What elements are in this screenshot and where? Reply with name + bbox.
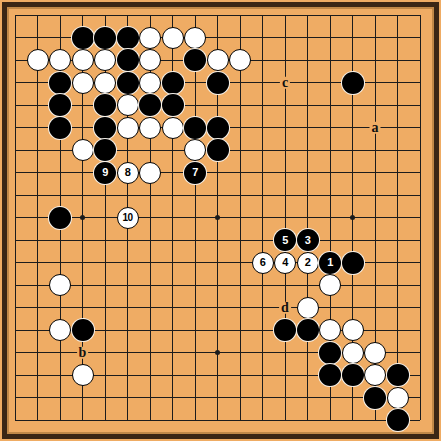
intersection-di[interactable] [71, 184, 94, 207]
intersection-aj[interactable] [4, 206, 27, 229]
intersection-lc[interactable] [251, 49, 274, 72]
intersection-np[interactable] [296, 341, 319, 364]
intersection-je[interactable] [206, 94, 229, 117]
intersection-kh[interactable] [229, 161, 252, 184]
intersection-kr[interactable] [229, 386, 252, 409]
intersection-pd[interactable] [341, 71, 364, 94]
intersection-mh[interactable] [274, 161, 297, 184]
intersection-lg[interactable] [251, 139, 274, 162]
intersection-qo[interactable] [364, 319, 387, 342]
intersection-ps[interactable] [341, 409, 364, 432]
intersection-oc[interactable] [319, 49, 342, 72]
intersection-do[interactable] [71, 319, 94, 342]
intersection-de[interactable] [71, 94, 94, 117]
intersection-if[interactable] [184, 116, 207, 139]
intersection-ea[interactable] [94, 4, 117, 27]
intersection-na[interactable] [296, 4, 319, 27]
intersection-eb[interactable] [94, 26, 117, 49]
intersection-mq[interactable] [274, 364, 297, 387]
intersection-fs[interactable] [116, 409, 139, 432]
intersection-sb[interactable] [409, 26, 432, 49]
intersection-pe[interactable] [341, 94, 364, 117]
intersection-oq[interactable] [319, 364, 342, 387]
intersection-ig[interactable] [184, 139, 207, 162]
intersection-qh[interactable] [364, 161, 387, 184]
intersection-dp[interactable]: b [71, 341, 94, 364]
intersection-ih[interactable]: 7 [184, 161, 207, 184]
intersection-fc[interactable] [116, 49, 139, 72]
intersection-ss[interactable] [409, 409, 432, 432]
intersection-cf[interactable] [49, 116, 72, 139]
intersection-bm[interactable] [26, 274, 49, 297]
intersection-sm[interactable] [409, 274, 432, 297]
intersection-qq[interactable] [364, 364, 387, 387]
intersection-pn[interactable] [341, 296, 364, 319]
intersection-qc[interactable] [364, 49, 387, 72]
intersection-ej[interactable] [94, 206, 117, 229]
intersection-il[interactable] [184, 251, 207, 274]
intersection-in[interactable] [184, 296, 207, 319]
intersection-li[interactable] [251, 184, 274, 207]
intersection-cg[interactable] [49, 139, 72, 162]
intersection-kp[interactable] [229, 341, 252, 364]
intersection-me[interactable] [274, 94, 297, 117]
intersection-cp[interactable] [49, 341, 72, 364]
intersection-qj[interactable] [364, 206, 387, 229]
intersection-sp[interactable] [409, 341, 432, 364]
intersection-eh[interactable]: 9 [94, 161, 117, 184]
intersection-bj[interactable] [26, 206, 49, 229]
intersection-ge[interactable] [139, 94, 162, 117]
intersection-gr[interactable] [139, 386, 162, 409]
intersection-lm[interactable] [251, 274, 274, 297]
intersection-lh[interactable] [251, 161, 274, 184]
intersection-fn[interactable] [116, 296, 139, 319]
intersection-cr[interactable] [49, 386, 72, 409]
intersection-nm[interactable] [296, 274, 319, 297]
intersection-ld[interactable] [251, 71, 274, 94]
intersection-cd[interactable] [49, 71, 72, 94]
intersection-mm[interactable] [274, 274, 297, 297]
intersection-po[interactable] [341, 319, 364, 342]
intersection-dh[interactable] [71, 161, 94, 184]
intersection-eg[interactable] [94, 139, 117, 162]
intersection-jg[interactable] [206, 139, 229, 162]
intersection-oh[interactable] [319, 161, 342, 184]
intersection-pi[interactable] [341, 184, 364, 207]
intersection-kd[interactable] [229, 71, 252, 94]
intersection-gn[interactable] [139, 296, 162, 319]
intersection-pk[interactable] [341, 229, 364, 252]
intersection-ef[interactable] [94, 116, 117, 139]
intersection-dd[interactable] [71, 71, 94, 94]
intersection-kc[interactable] [229, 49, 252, 72]
intersection-gq[interactable] [139, 364, 162, 387]
intersection-dr[interactable] [71, 386, 94, 409]
intersection-fo[interactable] [116, 319, 139, 342]
intersection-jh[interactable] [206, 161, 229, 184]
intersection-ee[interactable] [94, 94, 117, 117]
intersection-oe[interactable] [319, 94, 342, 117]
intersection-rr[interactable] [386, 386, 409, 409]
intersection-jr[interactable] [206, 386, 229, 409]
intersection-ek[interactable] [94, 229, 117, 252]
intersection-qf[interactable]: a [364, 116, 387, 139]
intersection-eq[interactable] [94, 364, 117, 387]
intersection-fe[interactable] [116, 94, 139, 117]
intersection-hr[interactable] [161, 386, 184, 409]
intersection-jd[interactable] [206, 71, 229, 94]
intersection-en[interactable] [94, 296, 117, 319]
intersection-ik[interactable] [184, 229, 207, 252]
intersection-le[interactable] [251, 94, 274, 117]
intersection-ng[interactable] [296, 139, 319, 162]
intersection-qr[interactable] [364, 386, 387, 409]
intersection-kl[interactable] [229, 251, 252, 274]
intersection-ic[interactable] [184, 49, 207, 72]
intersection-ke[interactable] [229, 94, 252, 117]
intersection-cm[interactable] [49, 274, 72, 297]
intersection-is[interactable] [184, 409, 207, 432]
intersection-mj[interactable] [274, 206, 297, 229]
intersection-jb[interactable] [206, 26, 229, 49]
intersection-ni[interactable] [296, 184, 319, 207]
intersection-ao[interactable] [4, 319, 27, 342]
intersection-od[interactable] [319, 71, 342, 94]
intersection-gm[interactable] [139, 274, 162, 297]
intersection-gj[interactable] [139, 206, 162, 229]
intersection-ir[interactable] [184, 386, 207, 409]
intersection-bc[interactable] [26, 49, 49, 72]
intersection-qp[interactable] [364, 341, 387, 364]
intersection-oj[interactable] [319, 206, 342, 229]
intersection-pm[interactable] [341, 274, 364, 297]
intersection-lj[interactable] [251, 206, 274, 229]
intersection-on[interactable] [319, 296, 342, 319]
intersection-fd[interactable] [116, 71, 139, 94]
intersection-cl[interactable] [49, 251, 72, 274]
intersection-lr[interactable] [251, 386, 274, 409]
intersection-jj[interactable] [206, 206, 229, 229]
intersection-jk[interactable] [206, 229, 229, 252]
intersection-nl[interactable]: 2 [296, 251, 319, 274]
intersection-ko[interactable] [229, 319, 252, 342]
intersection-bg[interactable] [26, 139, 49, 162]
intersection-fr[interactable] [116, 386, 139, 409]
intersection-nq[interactable] [296, 364, 319, 387]
intersection-pp[interactable] [341, 341, 364, 364]
intersection-gb[interactable] [139, 26, 162, 49]
intersection-ho[interactable] [161, 319, 184, 342]
intersection-pr[interactable] [341, 386, 364, 409]
intersection-qm[interactable] [364, 274, 387, 297]
intersection-hi[interactable] [161, 184, 184, 207]
intersection-dq[interactable] [71, 364, 94, 387]
intersection-ce[interactable] [49, 94, 72, 117]
intersection-fi[interactable] [116, 184, 139, 207]
intersection-mf[interactable] [274, 116, 297, 139]
intersection-ms[interactable] [274, 409, 297, 432]
intersection-ep[interactable] [94, 341, 117, 364]
intersection-pa[interactable] [341, 4, 364, 27]
intersection-ad[interactable] [4, 71, 27, 94]
intersection-ab[interactable] [4, 26, 27, 49]
intersection-pg[interactable] [341, 139, 364, 162]
intersection-df[interactable] [71, 116, 94, 139]
intersection-sj[interactable] [409, 206, 432, 229]
intersection-pb[interactable] [341, 26, 364, 49]
intersection-ql[interactable] [364, 251, 387, 274]
intersection-nn[interactable] [296, 296, 319, 319]
intersection-ae[interactable] [4, 94, 27, 117]
intersection-rs[interactable] [386, 409, 409, 432]
intersection-ra[interactable] [386, 4, 409, 27]
intersection-ne[interactable] [296, 94, 319, 117]
intersection-sn[interactable] [409, 296, 432, 319]
intersection-jm[interactable] [206, 274, 229, 297]
intersection-bi[interactable] [26, 184, 49, 207]
intersection-ob[interactable] [319, 26, 342, 49]
intersection-ok[interactable] [319, 229, 342, 252]
intersection-fh[interactable]: 8 [116, 161, 139, 184]
intersection-fa[interactable] [116, 4, 139, 27]
intersection-rg[interactable] [386, 139, 409, 162]
intersection-rq[interactable] [386, 364, 409, 387]
intersection-mg[interactable] [274, 139, 297, 162]
intersection-ma[interactable] [274, 4, 297, 27]
intersection-qs[interactable] [364, 409, 387, 432]
intersection-bn[interactable] [26, 296, 49, 319]
intersection-om[interactable] [319, 274, 342, 297]
intersection-nk[interactable]: 3 [296, 229, 319, 252]
intersection-mn[interactable]: d [274, 296, 297, 319]
intersection-dn[interactable] [71, 296, 94, 319]
intersection-hj[interactable] [161, 206, 184, 229]
intersection-go[interactable] [139, 319, 162, 342]
intersection-ai[interactable] [4, 184, 27, 207]
intersection-sr[interactable] [409, 386, 432, 409]
intersection-cq[interactable] [49, 364, 72, 387]
intersection-qi[interactable] [364, 184, 387, 207]
intersection-nd[interactable] [296, 71, 319, 94]
intersection-fb[interactable] [116, 26, 139, 49]
intersection-jn[interactable] [206, 296, 229, 319]
intersection-jo[interactable] [206, 319, 229, 342]
intersection-nf[interactable] [296, 116, 319, 139]
intersection-mr[interactable] [274, 386, 297, 409]
intersection-gf[interactable] [139, 116, 162, 139]
intersection-io[interactable] [184, 319, 207, 342]
intersection-kq[interactable] [229, 364, 252, 387]
intersection-rl[interactable] [386, 251, 409, 274]
intersection-kj[interactable] [229, 206, 252, 229]
intersection-dj[interactable] [71, 206, 94, 229]
intersection-dg[interactable] [71, 139, 94, 162]
intersection-gp[interactable] [139, 341, 162, 364]
intersection-fp[interactable] [116, 341, 139, 364]
intersection-bk[interactable] [26, 229, 49, 252]
intersection-hd[interactable] [161, 71, 184, 94]
intersection-ie[interactable] [184, 94, 207, 117]
intersection-ln[interactable] [251, 296, 274, 319]
intersection-ag[interactable] [4, 139, 27, 162]
intersection-sc[interactable] [409, 49, 432, 72]
intersection-sl[interactable] [409, 251, 432, 274]
intersection-gi[interactable] [139, 184, 162, 207]
intersection-oa[interactable] [319, 4, 342, 27]
intersection-dm[interactable] [71, 274, 94, 297]
intersection-nc[interactable] [296, 49, 319, 72]
intersection-sq[interactable] [409, 364, 432, 387]
intersection-jf[interactable] [206, 116, 229, 139]
intersection-jc[interactable] [206, 49, 229, 72]
intersection-jq[interactable] [206, 364, 229, 387]
intersection-kk[interactable] [229, 229, 252, 252]
intersection-nr[interactable] [296, 386, 319, 409]
intersection-sg[interactable] [409, 139, 432, 162]
intersection-bl[interactable] [26, 251, 49, 274]
intersection-im[interactable] [184, 274, 207, 297]
intersection-es[interactable] [94, 409, 117, 432]
intersection-ji[interactable] [206, 184, 229, 207]
intersection-rb[interactable] [386, 26, 409, 49]
intersection-kb[interactable] [229, 26, 252, 49]
intersection-qe[interactable] [364, 94, 387, 117]
intersection-ha[interactable] [161, 4, 184, 27]
intersection-ec[interactable] [94, 49, 117, 72]
intersection-gl[interactable] [139, 251, 162, 274]
intersection-lo[interactable] [251, 319, 274, 342]
intersection-ga[interactable] [139, 4, 162, 27]
intersection-si[interactable] [409, 184, 432, 207]
intersection-rf[interactable] [386, 116, 409, 139]
intersection-op[interactable] [319, 341, 342, 364]
intersection-ff[interactable] [116, 116, 139, 139]
intersection-ii[interactable] [184, 184, 207, 207]
intersection-br[interactable] [26, 386, 49, 409]
intersection-ds[interactable] [71, 409, 94, 432]
intersection-fg[interactable] [116, 139, 139, 162]
intersection-ed[interactable] [94, 71, 117, 94]
intersection-mo[interactable] [274, 319, 297, 342]
intersection-hf[interactable] [161, 116, 184, 139]
intersection-hp[interactable] [161, 341, 184, 364]
intersection-bh[interactable] [26, 161, 49, 184]
intersection-mi[interactable] [274, 184, 297, 207]
intersection-fm[interactable] [116, 274, 139, 297]
intersection-sd[interactable] [409, 71, 432, 94]
intersection-aq[interactable] [4, 364, 27, 387]
intersection-dl[interactable] [71, 251, 94, 274]
intersection-rh[interactable] [386, 161, 409, 184]
intersection-dc[interactable] [71, 49, 94, 72]
intersection-qg[interactable] [364, 139, 387, 162]
intersection-ri[interactable] [386, 184, 409, 207]
intersection-mk[interactable]: 5 [274, 229, 297, 252]
intersection-lb[interactable] [251, 26, 274, 49]
intersection-km[interactable] [229, 274, 252, 297]
intersection-hq[interactable] [161, 364, 184, 387]
intersection-ar[interactable] [4, 386, 27, 409]
intersection-rn[interactable] [386, 296, 409, 319]
intersection-qk[interactable] [364, 229, 387, 252]
intersection-la[interactable] [251, 4, 274, 27]
intersection-lk[interactable] [251, 229, 274, 252]
intersection-id[interactable] [184, 71, 207, 94]
intersection-ls[interactable] [251, 409, 274, 432]
intersection-sk[interactable] [409, 229, 432, 252]
intersection-mc[interactable] [274, 49, 297, 72]
intersection-ib[interactable] [184, 26, 207, 49]
intersection-nh[interactable] [296, 161, 319, 184]
intersection-mp[interactable] [274, 341, 297, 364]
intersection-ks[interactable] [229, 409, 252, 432]
intersection-sf[interactable] [409, 116, 432, 139]
intersection-aa[interactable] [4, 4, 27, 27]
intersection-ia[interactable] [184, 4, 207, 27]
intersection-ja[interactable] [206, 4, 229, 27]
intersection-ch[interactable] [49, 161, 72, 184]
intersection-no[interactable] [296, 319, 319, 342]
intersection-ml[interactable]: 4 [274, 251, 297, 274]
intersection-qb[interactable] [364, 26, 387, 49]
intersection-am[interactable] [4, 274, 27, 297]
intersection-of[interactable] [319, 116, 342, 139]
intersection-rm[interactable] [386, 274, 409, 297]
intersection-ro[interactable] [386, 319, 409, 342]
intersection-bs[interactable] [26, 409, 49, 432]
intersection-qd[interactable] [364, 71, 387, 94]
intersection-cc[interactable] [49, 49, 72, 72]
intersection-pj[interactable] [341, 206, 364, 229]
intersection-oi[interactable] [319, 184, 342, 207]
intersection-hb[interactable] [161, 26, 184, 49]
intersection-lq[interactable] [251, 364, 274, 387]
intersection-bf[interactable] [26, 116, 49, 139]
intersection-gs[interactable] [139, 409, 162, 432]
intersection-nb[interactable] [296, 26, 319, 49]
intersection-gd[interactable] [139, 71, 162, 94]
intersection-ns[interactable] [296, 409, 319, 432]
intersection-da[interactable] [71, 4, 94, 27]
intersection-rp[interactable] [386, 341, 409, 364]
intersection-cs[interactable] [49, 409, 72, 432]
intersection-kn[interactable] [229, 296, 252, 319]
intersection-ah[interactable] [4, 161, 27, 184]
intersection-rd[interactable] [386, 71, 409, 94]
intersection-qn[interactable] [364, 296, 387, 319]
intersection-jl[interactable] [206, 251, 229, 274]
intersection-rj[interactable] [386, 206, 409, 229]
intersection-ba[interactable] [26, 4, 49, 27]
intersection-hm[interactable] [161, 274, 184, 297]
intersection-se[interactable] [409, 94, 432, 117]
intersection-hc[interactable] [161, 49, 184, 72]
intersection-bo[interactable] [26, 319, 49, 342]
intersection-hk[interactable] [161, 229, 184, 252]
intersection-ca[interactable] [49, 4, 72, 27]
intersection-so[interactable] [409, 319, 432, 342]
intersection-kg[interactable] [229, 139, 252, 162]
intersection-ol[interactable]: 1 [319, 251, 342, 274]
intersection-ph[interactable] [341, 161, 364, 184]
intersection-el[interactable] [94, 251, 117, 274]
intersection-fj[interactable]: 10 [116, 206, 139, 229]
intersection-ll[interactable]: 6 [251, 251, 274, 274]
intersection-bp[interactable] [26, 341, 49, 364]
intersection-ck[interactable] [49, 229, 72, 252]
intersection-kf[interactable] [229, 116, 252, 139]
